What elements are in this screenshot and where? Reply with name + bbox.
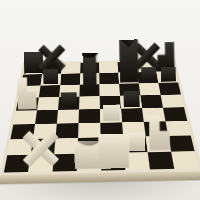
square-h7[interactable] — [156, 71, 178, 83]
square-b7[interactable] — [41, 74, 62, 86]
square-e4[interactable] — [100, 109, 122, 123]
square-d5[interactable] — [79, 96, 100, 109]
square-d1[interactable] — [77, 153, 101, 171]
square-e6[interactable] — [99, 84, 120, 96]
black-queen-d6[interactable] — [82, 53, 96, 96]
square-d6[interactable] — [79, 84, 99, 96]
square-c7[interactable] — [60, 73, 80, 85]
square-e7[interactable] — [99, 73, 119, 85]
square-h4[interactable] — [163, 107, 187, 121]
square-h5[interactable] — [161, 95, 184, 108]
white-pawn-e4[interactable] — [102, 104, 119, 121]
black-pawn-f5[interactable] — [123, 91, 139, 107]
board-front-edge — [0, 171, 200, 185]
white-rook-e1[interactable] — [98, 133, 129, 168]
board-squares — [4, 61, 199, 173]
square-a4[interactable] — [13, 110, 37, 124]
black-pawn-c5[interactable] — [60, 92, 76, 108]
square-f5[interactable] — [120, 95, 142, 108]
square-c5[interactable] — [58, 97, 79, 110]
photo-stage — [0, 0, 200, 200]
square-f4[interactable] — [121, 108, 144, 122]
square-b5[interactable] — [37, 97, 59, 110]
white-pawn-f2[interactable] — [127, 133, 145, 151]
square-e1[interactable] — [101, 153, 126, 171]
square-g6[interactable] — [139, 83, 161, 95]
square-b6[interactable] — [39, 85, 60, 97]
square-g5[interactable] — [140, 95, 163, 108]
white-bishop-b1[interactable] — [21, 128, 59, 170]
square-g2[interactable] — [146, 136, 171, 152]
square-a5[interactable] — [16, 97, 39, 110]
square-g7[interactable] — [137, 72, 158, 84]
square-e8[interactable] — [99, 62, 118, 73]
square-h6[interactable] — [158, 83, 181, 95]
black-pawn-g7[interactable] — [141, 67, 156, 82]
black-pawn-h7[interactable] — [160, 67, 175, 82]
square-h2[interactable] — [168, 136, 194, 152]
black-pawn-b7[interactable] — [43, 69, 58, 84]
scene — [0, 0, 200, 200]
square-f7[interactable] — [118, 72, 138, 84]
square-h1[interactable] — [171, 151, 199, 169]
chessboard — [0, 59, 200, 175]
square-g1[interactable] — [148, 152, 175, 170]
square-b4[interactable] — [35, 110, 58, 124]
square-b1[interactable] — [28, 154, 54, 172]
black-king-f7[interactable] — [119, 39, 139, 82]
